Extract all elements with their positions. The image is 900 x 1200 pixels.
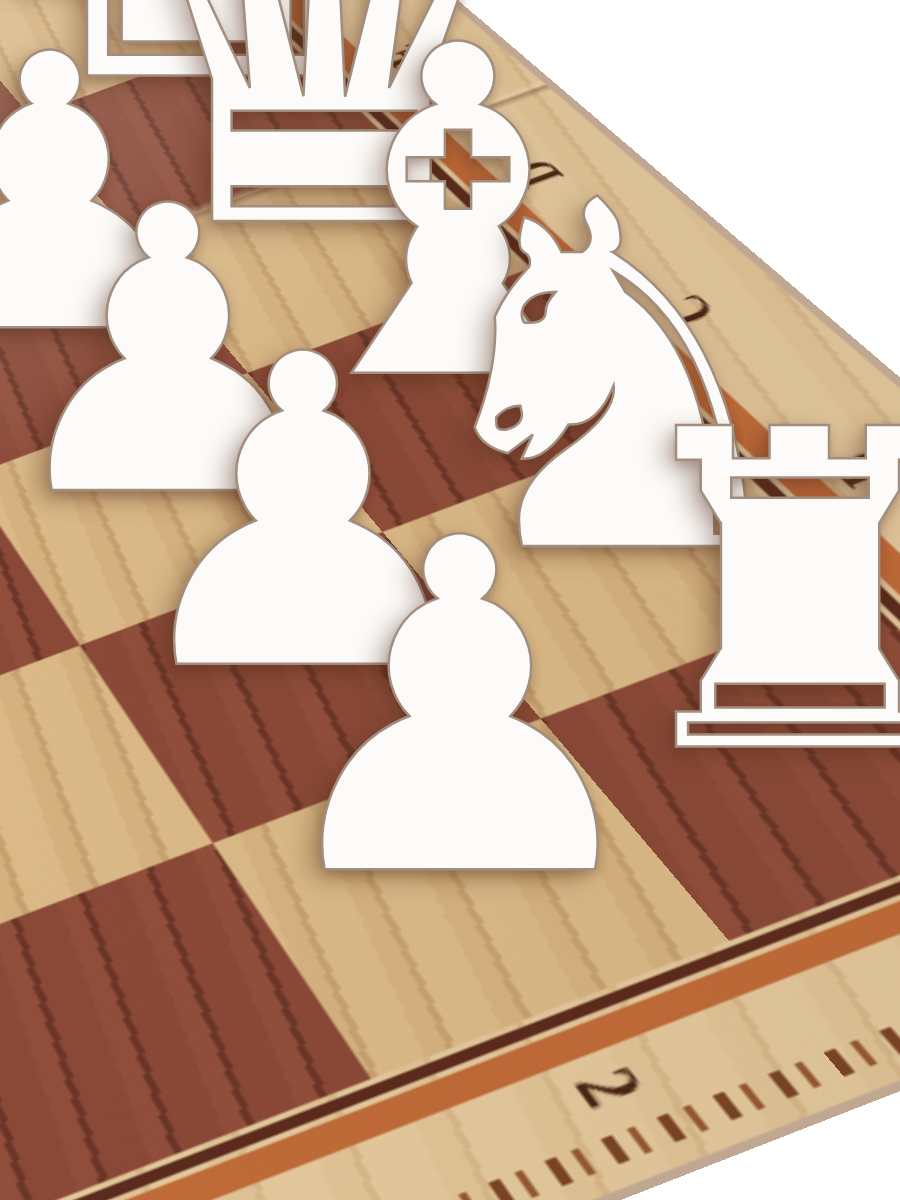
product-photo-backdrop: { "game": "chess", "scene": "Folding woo… [0,0,900,1200]
piece-white-pawn-a2[interactable]: ♟ [254,491,666,928]
